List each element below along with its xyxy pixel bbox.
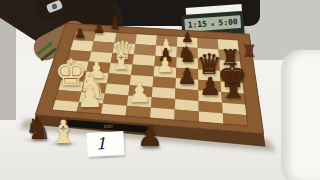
square — [220, 71, 243, 83]
square — [198, 80, 221, 92]
board-number: 1 — [86, 131, 124, 154]
board-edge-logo: DGT — [104, 124, 114, 129]
square — [105, 83, 130, 95]
square — [103, 94, 128, 106]
square — [176, 68, 198, 80]
square — [79, 92, 105, 104]
square — [151, 97, 175, 109]
square — [111, 53, 134, 65]
square — [109, 63, 133, 75]
square — [198, 69, 221, 81]
square — [86, 62, 110, 74]
piece-shadow — [47, 140, 79, 148]
square — [67, 50, 91, 62]
square — [198, 90, 222, 102]
player-white-shirt — [281, 50, 320, 180]
square — [133, 54, 156, 66]
square — [154, 66, 177, 78]
chess-board: DGT — [0, 0, 320, 180]
square — [130, 75, 154, 87]
square — [81, 82, 106, 94]
square — [152, 87, 176, 99]
square — [221, 92, 245, 105]
square — [221, 81, 245, 93]
square — [199, 101, 223, 113]
square — [84, 72, 109, 84]
square — [127, 95, 152, 107]
scene: 1:15 ▪ 5:00 ♟♟♝♜ DGT ♜♚♝♛♟♟♞♟♟♟♟♟♛♝♟♞♟♚ … — [0, 0, 320, 180]
square — [219, 60, 242, 72]
square — [55, 90, 81, 102]
square — [222, 103, 247, 116]
square — [128, 85, 152, 97]
piece-shadow — [136, 144, 165, 152]
square — [89, 51, 113, 63]
square — [175, 99, 199, 111]
square — [176, 78, 199, 90]
square — [58, 80, 84, 92]
board-number-card: 1 — [86, 131, 124, 157]
square — [175, 89, 198, 101]
square — [107, 73, 131, 85]
square — [131, 65, 154, 77]
square — [61, 70, 86, 82]
square — [198, 59, 220, 71]
square — [153, 77, 176, 89]
square — [176, 57, 198, 69]
square — [64, 60, 89, 72]
square — [154, 56, 176, 68]
